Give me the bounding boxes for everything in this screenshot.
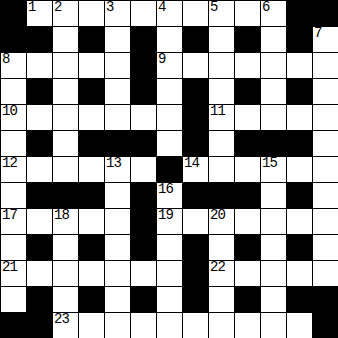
- block-cell-r5c4: [105, 131, 130, 156]
- clue-number-9: 9: [158, 53, 165, 66]
- clue-number-11: 11: [210, 105, 225, 118]
- block-cell-r9c5: [131, 235, 156, 260]
- letter-cell-r1c6[interactable]: [157, 27, 182, 52]
- letter-cell-r4c9[interactable]: [235, 105, 260, 130]
- clue-number-3: 3: [106, 1, 113, 14]
- letter-cell-r8c9[interactable]: [235, 209, 260, 234]
- letter-cell-r8c0[interactable]: 17: [1, 209, 26, 234]
- block-cell-r9c3: [79, 235, 104, 260]
- letter-cell-r8c3[interactable]: [79, 209, 104, 234]
- block-cell-r7c5: [131, 183, 156, 208]
- letter-cell-r10c10[interactable]: [261, 261, 286, 286]
- letter-cell-r9c2[interactable]: [53, 235, 78, 260]
- block-cell-r9c1: [27, 235, 52, 260]
- letter-cell-r7c0[interactable]: [1, 183, 26, 208]
- letter-cell-r11c4[interactable]: [105, 287, 130, 312]
- block-cell-r10c7: [183, 261, 208, 286]
- clue-number-2: 2: [54, 1, 61, 14]
- letter-cell-r7c10[interactable]: [261, 183, 286, 208]
- letter-cell-r12c11[interactable]: [287, 313, 312, 338]
- letter-cell-r2c1[interactable]: [27, 53, 52, 78]
- block-cell-r9c7: [183, 235, 208, 260]
- letter-cell-r0c8[interactable]: 5: [209, 1, 234, 26]
- letter-cell-r7c6[interactable]: 16: [157, 183, 182, 208]
- letter-cell-r4c8[interactable]: 11: [209, 105, 234, 130]
- letter-cell-r5c12[interactable]: [313, 131, 338, 156]
- letter-cell-r4c12[interactable]: [313, 105, 338, 130]
- clue-number-10: 10: [2, 105, 17, 118]
- block-cell-r5c3: [79, 131, 104, 156]
- letter-cell-r4c3[interactable]: [79, 105, 104, 130]
- block-cell-r8c5: [131, 209, 156, 234]
- block-cell-r11c9: [235, 287, 260, 312]
- letter-cell-r5c2[interactable]: [53, 131, 78, 156]
- clue-number-4: 4: [158, 1, 165, 14]
- letter-cell-r0c4[interactable]: 3: [105, 1, 130, 26]
- letter-cell-r11c10[interactable]: [261, 287, 286, 312]
- block-cell-r7c11: [287, 183, 312, 208]
- letter-cell-r11c0[interactable]: [1, 287, 26, 312]
- letter-cell-r6c11[interactable]: [287, 157, 312, 182]
- letter-cell-r3c12[interactable]: [313, 79, 338, 104]
- block-cell-r1c5: [131, 27, 156, 52]
- clue-number-21: 21: [2, 261, 17, 274]
- letter-cell-r10c5[interactable]: [131, 261, 156, 286]
- letter-cell-r6c1[interactable]: [27, 157, 52, 182]
- letter-cell-r6c10[interactable]: 15: [261, 157, 286, 182]
- letter-cell-r12c4[interactable]: [105, 313, 130, 338]
- letter-cell-r9c10[interactable]: [261, 235, 286, 260]
- letter-cell-r6c4[interactable]: 13: [105, 157, 130, 182]
- letter-cell-r0c1[interactable]: 1: [27, 1, 52, 26]
- letter-cell-r12c3[interactable]: [79, 313, 104, 338]
- letter-cell-r5c6[interactable]: [157, 131, 182, 156]
- block-cell-r5c1: [27, 131, 52, 156]
- clue-number-18: 18: [54, 209, 69, 222]
- letter-cell-r10c4[interactable]: [105, 261, 130, 286]
- block-cell-r9c9: [235, 235, 260, 260]
- block-cell-r5c5: [131, 131, 156, 156]
- letter-cell-r1c2[interactable]: [53, 27, 78, 52]
- clue-number-8: 8: [2, 53, 9, 66]
- letter-cell-r3c8[interactable]: [209, 79, 234, 104]
- block-cell-r3c3: [79, 79, 104, 104]
- letter-cell-r6c5[interactable]: [131, 157, 156, 182]
- letter-cell-r4c1[interactable]: [27, 105, 52, 130]
- letter-cell-r4c2[interactable]: [53, 105, 78, 130]
- letter-cell-r9c8[interactable]: [209, 235, 234, 260]
- letter-cell-r1c10[interactable]: [261, 27, 286, 52]
- block-cell-r5c11: [287, 131, 312, 156]
- letter-cell-r10c3[interactable]: [79, 261, 104, 286]
- letter-cell-r12c8[interactable]: [209, 313, 234, 338]
- block-cell-r3c9: [235, 79, 260, 104]
- block-cell-r11c5: [131, 287, 156, 312]
- crossword-board: 1234567891011121314151617181920212223: [0, 0, 338, 338]
- letter-cell-r12c6[interactable]: [157, 313, 182, 338]
- block-cell-r7c9: [235, 183, 260, 208]
- letter-cell-r12c9[interactable]: [235, 313, 260, 338]
- block-cell-r7c3: [79, 183, 104, 208]
- block-cell-r7c1: [27, 183, 52, 208]
- block-cell-r5c7: [183, 131, 208, 156]
- letter-cell-r6c3[interactable]: [79, 157, 104, 182]
- block-cell-r11c3: [79, 287, 104, 312]
- letter-cell-r3c6[interactable]: [157, 79, 182, 104]
- letter-cell-r12c10[interactable]: [261, 313, 286, 338]
- letter-cell-r0c7[interactable]: [183, 1, 208, 26]
- letter-cell-r6c8[interactable]: [209, 157, 234, 182]
- block-cell-r2c5: [131, 53, 156, 78]
- letter-cell-r10c8[interactable]: 22: [209, 261, 234, 286]
- letter-cell-r5c8[interactable]: [209, 131, 234, 156]
- letter-cell-r9c6[interactable]: [157, 235, 182, 260]
- block-cell-r11c11: [287, 287, 312, 312]
- letter-cell-r8c12[interactable]: [313, 209, 338, 234]
- letter-cell-r10c1[interactable]: [27, 261, 52, 286]
- letter-cell-r12c7[interactable]: [183, 313, 208, 338]
- letter-cell-r4c4[interactable]: [105, 105, 130, 130]
- block-cell-r5c9: [235, 131, 260, 156]
- letter-cell-r8c4[interactable]: [105, 209, 130, 234]
- block-cell-r0c12: [313, 1, 338, 26]
- letter-cell-r8c7[interactable]: [183, 209, 208, 234]
- letter-cell-r5c0[interactable]: [1, 131, 26, 156]
- block-cell-r11c1: [27, 287, 52, 312]
- clue-number-19: 19: [158, 209, 173, 222]
- clue-number-15: 15: [262, 157, 277, 170]
- letter-cell-r4c10[interactable]: [261, 105, 286, 130]
- clue-number-1: 1: [28, 1, 35, 14]
- block-cell-r12c0: [1, 313, 26, 338]
- letter-cell-r2c9[interactable]: [235, 53, 260, 78]
- letter-cell-r7c4[interactable]: [105, 183, 130, 208]
- letter-cell-r2c12[interactable]: [313, 53, 338, 78]
- letter-cell-r10c9[interactable]: [235, 261, 260, 286]
- block-cell-r6c6: [157, 157, 182, 182]
- letter-cell-r2c0[interactable]: 8: [1, 53, 26, 78]
- block-cell-r3c7: [183, 79, 208, 104]
- block-cell-r7c7: [183, 183, 208, 208]
- letter-cell-r10c2[interactable]: [53, 261, 78, 286]
- letter-cell-r3c10[interactable]: [261, 79, 286, 104]
- letter-cell-r6c12[interactable]: [313, 157, 338, 182]
- block-cell-r1c3: [79, 27, 104, 52]
- block-cell-r4c7: [183, 105, 208, 130]
- letter-cell-r0c9[interactable]: [235, 1, 260, 26]
- letter-cell-r7c12[interactable]: [313, 183, 338, 208]
- letter-cell-r9c12[interactable]: [313, 235, 338, 260]
- block-cell-r1c11: [287, 27, 312, 52]
- block-cell-r12c1: [27, 313, 52, 338]
- block-cell-r1c9: [235, 27, 260, 52]
- letter-cell-r1c12[interactable]: 7: [313, 27, 338, 52]
- letter-cell-r11c6[interactable]: [157, 287, 182, 312]
- clue-number-17: 17: [2, 209, 17, 222]
- block-cell-r11c12: [313, 287, 338, 312]
- block-cell-r0c11: [287, 1, 312, 26]
- block-cell-r5c10: [261, 131, 286, 156]
- letter-cell-r3c4[interactable]: [105, 79, 130, 104]
- letter-cell-r0c5[interactable]: [131, 1, 156, 26]
- block-cell-r3c1: [27, 79, 52, 104]
- letter-cell-r10c6[interactable]: [157, 261, 182, 286]
- block-cell-r7c8: [209, 183, 234, 208]
- letter-cell-r12c2[interactable]: 23: [53, 313, 78, 338]
- letter-cell-r10c11[interactable]: [287, 261, 312, 286]
- letter-cell-r2c10[interactable]: [261, 53, 286, 78]
- letter-cell-r3c2[interactable]: [53, 79, 78, 104]
- letter-cell-r2c7[interactable]: [183, 53, 208, 78]
- block-cell-r9c11: [287, 235, 312, 260]
- block-cell-r1c1: [27, 27, 52, 52]
- letter-cell-r8c8[interactable]: 20: [209, 209, 234, 234]
- letter-cell-r6c7[interactable]: 14: [183, 157, 208, 182]
- letter-cell-r0c10[interactable]: 6: [261, 1, 286, 26]
- block-cell-r3c5: [131, 79, 156, 104]
- letter-cell-r8c10[interactable]: [261, 209, 286, 234]
- letter-cell-r4c6[interactable]: [157, 105, 182, 130]
- letter-cell-r6c2[interactable]: [53, 157, 78, 182]
- clue-number-6: 6: [262, 1, 269, 14]
- letter-cell-r2c3[interactable]: [79, 53, 104, 78]
- letter-cell-r3c0[interactable]: [1, 79, 26, 104]
- clue-number-14: 14: [184, 157, 199, 170]
- letter-cell-r10c12[interactable]: [313, 261, 338, 286]
- letter-cell-r10c0[interactable]: 21: [1, 261, 26, 286]
- letter-cell-r11c2[interactable]: [53, 287, 78, 312]
- clue-number-23: 23: [54, 313, 69, 326]
- letter-cell-r0c2[interactable]: 2: [53, 1, 78, 26]
- letter-cell-r1c4[interactable]: [105, 27, 130, 52]
- letter-cell-r8c6[interactable]: 19: [157, 209, 182, 234]
- block-cell-r0c0: [1, 1, 26, 26]
- clue-number-20: 20: [210, 209, 225, 222]
- letter-cell-r8c2[interactable]: 18: [53, 209, 78, 234]
- letter-cell-r2c4[interactable]: [105, 53, 130, 78]
- letter-cell-r6c0[interactable]: 12: [1, 157, 26, 182]
- block-cell-r7c2: [53, 183, 78, 208]
- clue-number-12: 12: [2, 157, 17, 170]
- block-cell-r3c11: [287, 79, 312, 104]
- letter-cell-r6c9[interactable]: [235, 157, 260, 182]
- clue-number-5: 5: [210, 1, 217, 14]
- letter-cell-r12c5[interactable]: [131, 313, 156, 338]
- letter-cell-r2c11[interactable]: [287, 53, 312, 78]
- letter-cell-r0c3[interactable]: [79, 1, 104, 26]
- letter-cell-r1c8[interactable]: [209, 27, 234, 52]
- block-cell-r1c7: [183, 27, 208, 52]
- letter-cell-r8c1[interactable]: [27, 209, 52, 234]
- block-cell-r12c12: [313, 313, 338, 338]
- letter-cell-r2c8[interactable]: [209, 53, 234, 78]
- letter-cell-r0c6[interactable]: 4: [157, 1, 182, 26]
- block-cell-r1c0: [1, 27, 26, 52]
- letter-cell-r11c8[interactable]: [209, 287, 234, 312]
- letter-cell-r8c11[interactable]: [287, 209, 312, 234]
- letter-cell-r4c5[interactable]: [131, 105, 156, 130]
- letter-cell-r9c4[interactable]: [105, 235, 130, 260]
- letter-cell-r9c0[interactable]: [1, 235, 26, 260]
- block-cell-r11c7: [183, 287, 208, 312]
- clue-number-22: 22: [210, 261, 225, 274]
- clue-number-16: 16: [158, 183, 173, 196]
- letter-cell-r4c11[interactable]: [287, 105, 312, 130]
- clue-number-7: 7: [314, 27, 321, 40]
- letter-cell-r2c6[interactable]: 9: [157, 53, 182, 78]
- clue-number-13: 13: [106, 157, 121, 170]
- letter-cell-r2c2[interactable]: [53, 53, 78, 78]
- letter-cell-r4c0[interactable]: 10: [1, 105, 26, 130]
